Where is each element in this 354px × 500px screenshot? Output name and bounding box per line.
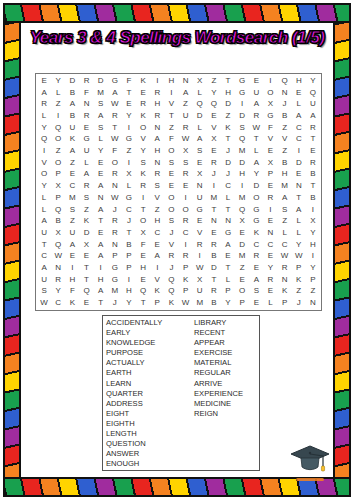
grid-cell: J: [164, 227, 178, 239]
grid-cell: D: [221, 98, 235, 110]
grid-cell: Z: [278, 215, 292, 227]
grid-cell: R: [207, 239, 221, 251]
grid-cell: G: [249, 204, 263, 216]
grid-cell: M: [235, 250, 249, 262]
grid-cell: K: [249, 227, 263, 239]
grid-cell: W: [292, 250, 306, 262]
grid-cell: X: [263, 157, 277, 169]
grid-cell: B: [306, 169, 320, 181]
grid-cell: T: [207, 274, 221, 286]
word-list-item: EIGHT: [106, 409, 194, 419]
grid-cell: R: [207, 286, 221, 298]
grid-cell: A: [79, 169, 93, 181]
grid-cell: I: [122, 274, 136, 286]
word-list-item: ACCIDENTALLY: [106, 318, 194, 328]
grid-cell: S: [178, 157, 192, 169]
word-list-item: ADDRESS: [106, 399, 194, 409]
grid-cell: K: [150, 286, 164, 298]
word-list-column-1: ACCIDENTALLYEARLYKNOWLEDGEPURPOSEACTUALL…: [106, 318, 194, 470]
grid-cell: V: [278, 133, 292, 145]
grid-cell: T: [136, 297, 150, 309]
grid-cell: O: [136, 215, 150, 227]
grid-cell: F: [122, 75, 136, 87]
grid-cell: A: [150, 250, 164, 262]
grid-cell: E: [263, 250, 277, 262]
grid-cell: S: [37, 286, 51, 298]
grid-cell: R: [193, 239, 207, 251]
grid-cell: R: [178, 215, 192, 227]
grid-cell: G: [108, 75, 122, 87]
grid-cell: I: [178, 239, 192, 251]
grid-cell: U: [65, 227, 79, 239]
grid-cell: E: [292, 169, 306, 181]
grid-cell: E: [249, 262, 263, 274]
grid-cell: G: [122, 192, 136, 204]
grid-cell: E: [207, 227, 221, 239]
grid-cell: Z: [207, 75, 221, 87]
grid-cell: D: [79, 227, 93, 239]
grid-cell: X: [193, 169, 207, 181]
grid-cell: N: [94, 192, 108, 204]
grid-cell: R: [178, 122, 192, 134]
grid-cell: Q: [37, 133, 51, 145]
word-list-item: ANSWER: [106, 449, 194, 459]
grid-cell: I: [207, 180, 221, 192]
grid-cell: B: [122, 239, 136, 251]
grid-cell: C: [278, 239, 292, 251]
grid-cell: V: [136, 133, 150, 145]
grid-cell: L: [193, 87, 207, 99]
grid-cell: P: [235, 297, 249, 309]
grid-cell: L: [51, 87, 65, 99]
grid-cell: I: [193, 250, 207, 262]
grid-cell: N: [178, 75, 192, 87]
grid-cell: Y: [51, 75, 65, 87]
word-list-item: QUESTION: [106, 439, 194, 449]
grid-cell: N: [306, 297, 320, 309]
grid-cell: N: [292, 180, 306, 192]
grid-cell: N: [51, 262, 65, 274]
grid-cell: X: [122, 169, 136, 181]
grid-cell: I: [122, 122, 136, 134]
grid-cell: D: [249, 180, 263, 192]
grid-cell: V: [37, 157, 51, 169]
grid-cell: C: [122, 204, 136, 216]
grid-cell: L: [37, 204, 51, 216]
grid-cell: R: [249, 250, 263, 262]
grid-cell: I: [292, 145, 306, 157]
grid-cell: S: [164, 215, 178, 227]
grid-cell: B: [65, 87, 79, 99]
grid-cell: G: [263, 110, 277, 122]
grid-cell: L: [263, 297, 277, 309]
grid-cell: A: [94, 110, 108, 122]
watermark-text: [296, 478, 324, 481]
grid-cell: T: [207, 204, 221, 216]
grid-cell: D: [65, 75, 79, 87]
grid-cell: H: [278, 169, 292, 181]
grid-cell: W: [51, 250, 65, 262]
grid-cell: T: [221, 133, 235, 145]
grid-cell: C: [249, 239, 263, 251]
grid-cell: R: [150, 169, 164, 181]
grid-cell: Q: [51, 204, 65, 216]
grid-cell: A: [37, 262, 51, 274]
grid-cell: A: [94, 204, 108, 216]
grid-cell: E: [150, 239, 164, 251]
grid-cell: A: [249, 157, 263, 169]
grid-cell: R: [207, 157, 221, 169]
grid-cell: R: [278, 262, 292, 274]
grid-cell: U: [193, 286, 207, 298]
grid-cell: A: [249, 274, 263, 286]
grid-cell: K: [164, 297, 178, 309]
grid-cell: Q: [51, 122, 65, 134]
grid-cell: G: [249, 215, 263, 227]
grid-cell: R: [136, 180, 150, 192]
grid-cell: K: [65, 133, 79, 145]
grid-cell: G: [79, 133, 93, 145]
grid-cell: K: [221, 122, 235, 134]
word-list-item: QUARTER: [106, 389, 194, 399]
grid-cell: O: [37, 169, 51, 181]
grid-cell: O: [108, 157, 122, 169]
grid-cell: X: [193, 274, 207, 286]
grid-cell: E: [136, 274, 150, 286]
grid-cell: Q: [235, 133, 249, 145]
grid-cell: O: [51, 157, 65, 169]
grid-cell: X: [207, 133, 221, 145]
word-list-item: ARRIVE: [194, 379, 258, 389]
grid-cell: E: [65, 250, 79, 262]
grid-cell: T: [306, 180, 320, 192]
grid-cell: K: [136, 169, 150, 181]
grid-cell: H: [150, 145, 164, 157]
word-list-item: EARLY: [106, 328, 194, 338]
grid-cell: Q: [235, 204, 249, 216]
grid-cell: Q: [136, 286, 150, 298]
grid-cell: D: [235, 239, 249, 251]
grid-cell: G: [235, 75, 249, 87]
grid-cell: N: [263, 227, 277, 239]
grid-cell: E: [235, 227, 249, 239]
grid-cell: Q: [278, 75, 292, 87]
grid-cell: C: [263, 239, 277, 251]
grid-cell: F: [164, 133, 178, 145]
grid-cell: E: [221, 250, 235, 262]
grid-cell: C: [178, 227, 192, 239]
grid-cell: A: [65, 239, 79, 251]
grid-cell: Z: [79, 204, 93, 216]
word-list-item: LIBRARY: [194, 318, 258, 328]
word-list: ACCIDENTALLYEARLYKNOWLEDGEPURPOSEACTUALL…: [102, 315, 260, 471]
grid-cell: I: [136, 192, 150, 204]
grid-cell: A: [94, 180, 108, 192]
grid-cell: H: [150, 215, 164, 227]
word-list-item: EARTH: [106, 368, 194, 378]
grid-cell: R: [79, 180, 93, 192]
rainbow-border-left: [3, 3, 21, 497]
grid-cell: W: [278, 250, 292, 262]
grid-cell: X: [178, 145, 192, 157]
grid-cell: A: [249, 98, 263, 110]
grid-cell: E: [65, 169, 79, 181]
grid-cell: R: [306, 122, 320, 134]
grid-cell: P: [278, 297, 292, 309]
grid-cell: W: [178, 297, 192, 309]
grid-cell: X: [235, 215, 249, 227]
grid-cell: A: [65, 98, 79, 110]
grid-cell: I: [65, 262, 79, 274]
grid-cell: M: [108, 286, 122, 298]
grid-cell: N: [108, 239, 122, 251]
grid-cell: Z: [235, 262, 249, 274]
word-list-item: REIGN: [194, 409, 258, 419]
grid-cell: J: [221, 145, 235, 157]
grid-cell: W: [249, 122, 263, 134]
grid-cell: F: [263, 122, 277, 134]
grid-cell: S: [136, 157, 150, 169]
grid-cell: J: [164, 262, 178, 274]
grid-cell: U: [306, 98, 320, 110]
grid-cell: E: [136, 250, 150, 262]
grid-cell: E: [207, 110, 221, 122]
grid-cell: A: [278, 192, 292, 204]
grid-cell: W: [108, 133, 122, 145]
grid-cell: A: [94, 250, 108, 262]
grid-cell: P: [108, 250, 122, 262]
grid-cell: A: [193, 133, 207, 145]
grid-cell: S: [94, 98, 108, 110]
grid-cell: W: [108, 192, 122, 204]
grid-cell: T: [122, 87, 136, 99]
grid-cell: F: [136, 239, 150, 251]
grid-cell: B: [278, 110, 292, 122]
word-list-item: PURPOSE: [106, 348, 194, 358]
wordsearch-grid: EYDRDGFKIHNXZTGEIQHYALBFMATERIALYHGUONEQ…: [35, 73, 322, 311]
grid-cell: O: [164, 204, 178, 216]
grid-cell: L: [221, 192, 235, 204]
grid-cell: T: [306, 133, 320, 145]
grid-cell: E: [164, 180, 178, 192]
grid-cell: S: [278, 204, 292, 216]
word-list-item: APPEAR: [194, 338, 258, 348]
grid-cell: G: [193, 204, 207, 216]
grid-cell: V: [150, 192, 164, 204]
grid-cell: L: [94, 133, 108, 145]
grid-cell: Z: [164, 122, 178, 134]
grid-cell: L: [278, 227, 292, 239]
grid-cell: M: [94, 87, 108, 99]
word-list-item: KNOWLEDGE: [106, 338, 194, 348]
grid-cell: K: [278, 286, 292, 298]
grid-cell: I: [122, 157, 136, 169]
grid-cell: M: [235, 192, 249, 204]
grid-cell: P: [292, 262, 306, 274]
grid-cell: D: [221, 157, 235, 169]
grid-cell: Y: [207, 87, 221, 99]
grid-cell: P: [306, 274, 320, 286]
grid-cell: V: [164, 98, 178, 110]
grid-cell: N: [207, 215, 221, 227]
grid-cell: R: [150, 87, 164, 99]
grid-cell: J: [108, 297, 122, 309]
grid-cell: C: [292, 122, 306, 134]
grid-cell: O: [235, 286, 249, 298]
grid-cell: O: [136, 122, 150, 134]
grid-cell: Y: [263, 262, 277, 274]
grid-cell: X: [51, 227, 65, 239]
grid-cell: E: [292, 87, 306, 99]
grid-cell: T: [108, 122, 122, 134]
grid-cell: R: [108, 227, 122, 239]
grid-cell: S: [79, 192, 93, 204]
grid-cell: I: [37, 145, 51, 157]
grid-cell: R: [164, 250, 178, 262]
grid-cell: F: [108, 145, 122, 157]
grid-cell: T: [249, 133, 263, 145]
grid-cell: T: [164, 110, 178, 122]
grid-cell: Q: [164, 274, 178, 286]
grid-cell: E: [263, 215, 277, 227]
grid-cell: R: [306, 157, 320, 169]
grid-cell: A: [108, 87, 122, 99]
word-list-column-2: LIBRARYRECENTAPPEAREXERCISEMATERIALREGUL…: [194, 318, 258, 470]
word-list-item: MEDICINE: [194, 399, 258, 409]
grid-cell: A: [37, 87, 51, 99]
grid-cell: E: [249, 297, 263, 309]
grid-cell: E: [122, 98, 136, 110]
grid-cell: Q: [207, 98, 221, 110]
grid-cell: S: [94, 122, 108, 134]
grid-cell: P: [122, 250, 136, 262]
word-list-item: LEARN: [106, 379, 194, 389]
grid-cell: E: [263, 145, 277, 157]
grid-cell: R: [51, 274, 65, 286]
grid-cell: O: [51, 133, 65, 145]
grid-cell: E: [94, 157, 108, 169]
grid-cell: J: [278, 98, 292, 110]
grid-cell: I: [235, 98, 249, 110]
grid-cell: A: [292, 204, 306, 216]
grid-cell: Y: [51, 286, 65, 298]
grid-cell: T: [94, 215, 108, 227]
grid-cell: I: [263, 204, 277, 216]
grid-cell: K: [65, 297, 79, 309]
grid-cell: T: [292, 192, 306, 204]
grid-cell: H: [136, 262, 150, 274]
grid-cell: R: [263, 274, 277, 286]
grid-cell: M: [193, 297, 207, 309]
grid-cell: G: [108, 274, 122, 286]
grid-cell: E: [94, 169, 108, 181]
grid-cell: J: [207, 169, 221, 181]
grid-cell: G: [108, 262, 122, 274]
grid-cell: E: [79, 297, 93, 309]
grid-cell: S: [193, 145, 207, 157]
grid-cell: Y: [122, 110, 136, 122]
grid-cell: A: [150, 133, 164, 145]
grid-cell: R: [79, 75, 93, 87]
grid-cell: H: [164, 75, 178, 87]
grid-cell: Y: [249, 169, 263, 181]
grid-cell: C: [65, 180, 79, 192]
grid-cell: U: [65, 122, 79, 134]
grid-cell: V: [207, 122, 221, 134]
grid-cell: W: [178, 133, 192, 145]
grid-cell: E: [79, 250, 93, 262]
grid-cell: C: [37, 250, 51, 262]
grid-cell: L: [37, 110, 51, 122]
grid-cell: I: [235, 180, 249, 192]
grid-cell: E: [37, 75, 51, 87]
grid-cell: A: [65, 145, 79, 157]
grid-cell: Y: [306, 75, 320, 87]
grid-cell: N: [150, 157, 164, 169]
grid-cell: C: [221, 180, 235, 192]
grid-cell: L: [292, 98, 306, 110]
grid-cell: R: [136, 98, 150, 110]
grid-cell: V: [164, 239, 178, 251]
grid-cell: A: [94, 239, 108, 251]
grid-cell: H: [292, 75, 306, 87]
grid-cell: F: [65, 286, 79, 298]
grid-cell: I: [150, 75, 164, 87]
grid-cell: R: [150, 110, 164, 122]
grid-cell: J: [221, 169, 235, 181]
grid-cell: Z: [150, 204, 164, 216]
grid-cell: I: [178, 192, 192, 204]
grid-cell: D: [94, 75, 108, 87]
grid-cell: H: [306, 239, 320, 251]
grid-cell: M: [207, 192, 221, 204]
grid-cell: I: [94, 262, 108, 274]
grid-cell: R: [263, 192, 277, 204]
word-list-item: REGULAR: [194, 368, 258, 378]
grid-cell: V: [150, 274, 164, 286]
grid-cell: Z: [65, 215, 79, 227]
grid-cell: Y: [306, 227, 320, 239]
grid-cell: L: [292, 215, 306, 227]
grid-cell: Q: [164, 286, 178, 298]
grid-cell: Z: [122, 145, 136, 157]
grid-cell: H: [221, 87, 235, 99]
grid-cell: U: [249, 87, 263, 99]
grid-cell: D: [207, 262, 221, 274]
grid-cell: I: [263, 75, 277, 87]
grid-cell: C: [150, 227, 164, 239]
grid-cell: X: [193, 75, 207, 87]
grid-cell: Q: [306, 87, 320, 99]
grid-cell: H: [235, 169, 249, 181]
grid-cell: A: [94, 286, 108, 298]
grid-cell: Z: [51, 145, 65, 157]
grid-cell: Q: [193, 98, 207, 110]
rainbow-border-right: [333, 3, 351, 497]
grid-cell: S: [65, 204, 79, 216]
grid-cell: R: [108, 110, 122, 122]
grid-cell: E: [263, 286, 277, 298]
grid-cell: R: [79, 110, 93, 122]
grid-cell: O: [249, 192, 263, 204]
grid-cell: W: [37, 297, 51, 309]
grid-cell: Z: [221, 110, 235, 122]
grid-cell: T: [37, 239, 51, 251]
grid-cell: Q: [51, 239, 65, 251]
grid-cell: L: [249, 145, 263, 157]
grid-cell: N: [221, 215, 235, 227]
grid-cell: E: [263, 180, 277, 192]
